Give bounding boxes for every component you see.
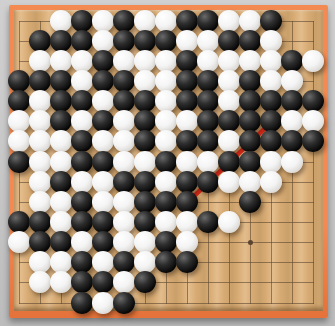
black-stone xyxy=(281,130,303,152)
black-stone xyxy=(218,30,240,52)
white-stone xyxy=(197,50,219,72)
black-stone xyxy=(155,231,177,253)
white-stone xyxy=(218,211,240,233)
white-stone xyxy=(113,110,135,132)
black-stone xyxy=(8,151,30,173)
black-stone xyxy=(29,211,51,233)
white-stone xyxy=(50,151,72,173)
white-stone xyxy=(29,271,51,293)
white-stone xyxy=(50,211,72,233)
white-stone xyxy=(71,110,93,132)
black-stone xyxy=(239,90,261,112)
white-stone xyxy=(92,30,114,52)
black-stone xyxy=(197,211,219,233)
white-stone xyxy=(113,130,135,152)
white-stone xyxy=(50,130,72,152)
black-stone xyxy=(92,231,114,253)
white-stone xyxy=(29,130,51,152)
black-stone xyxy=(71,191,93,213)
black-stone xyxy=(71,211,93,233)
black-stone xyxy=(239,191,261,213)
black-stone xyxy=(176,251,198,273)
black-stone xyxy=(176,171,198,193)
black-stone xyxy=(92,50,114,72)
white-stone xyxy=(176,231,198,253)
white-stone xyxy=(218,70,240,92)
black-stone xyxy=(71,251,93,273)
black-stone xyxy=(113,90,135,112)
white-stone xyxy=(50,251,72,273)
white-stone xyxy=(134,231,156,253)
black-stone xyxy=(176,70,198,92)
white-stone xyxy=(92,171,114,193)
white-stone xyxy=(176,30,198,52)
black-stone xyxy=(197,70,219,92)
white-stone xyxy=(92,191,114,213)
white-stone xyxy=(8,231,30,253)
black-stone xyxy=(50,110,72,132)
gomoku-board[interactable] xyxy=(14,10,323,311)
white-stone xyxy=(8,130,30,152)
white-stone xyxy=(71,70,93,92)
white-stone xyxy=(176,110,198,132)
grid-line-horizontal xyxy=(19,303,315,304)
white-stone xyxy=(71,171,93,193)
black-stone xyxy=(134,211,156,233)
white-stone xyxy=(71,50,93,72)
white-stone xyxy=(8,110,30,132)
white-stone xyxy=(155,50,177,72)
black-stone xyxy=(239,110,261,132)
black-stone xyxy=(134,271,156,293)
white-stone xyxy=(29,191,51,213)
white-stone xyxy=(155,211,177,233)
white-stone xyxy=(218,90,240,112)
white-stone xyxy=(50,10,72,32)
white-stone xyxy=(92,292,114,314)
white-stone xyxy=(239,50,261,72)
black-stone xyxy=(260,110,282,132)
white-stone xyxy=(113,271,135,293)
black-stone xyxy=(29,30,51,52)
white-stone xyxy=(50,191,72,213)
black-stone xyxy=(218,151,240,173)
black-stone xyxy=(92,70,114,92)
black-stone xyxy=(50,171,72,193)
white-stone xyxy=(134,50,156,72)
white-stone xyxy=(218,171,240,193)
screenshot-stage xyxy=(0,0,335,326)
white-stone xyxy=(260,171,282,193)
black-stone xyxy=(71,271,93,293)
black-stone xyxy=(92,211,114,233)
white-stone xyxy=(113,191,135,213)
white-stone xyxy=(239,10,261,32)
black-stone xyxy=(134,110,156,132)
black-stone xyxy=(260,10,282,32)
white-stone xyxy=(92,130,114,152)
black-stone xyxy=(71,90,93,112)
white-stone xyxy=(134,151,156,173)
black-stone xyxy=(239,151,261,173)
white-stone xyxy=(29,90,51,112)
white-stone xyxy=(134,251,156,273)
white-stone xyxy=(155,90,177,112)
white-stone xyxy=(302,50,324,72)
white-stone xyxy=(239,171,261,193)
white-stone xyxy=(113,50,135,72)
black-stone xyxy=(176,90,198,112)
black-stone xyxy=(134,171,156,193)
white-stone xyxy=(113,211,135,233)
black-stone xyxy=(113,30,135,52)
black-stone xyxy=(197,130,219,152)
black-stone xyxy=(197,110,219,132)
black-stone xyxy=(155,191,177,213)
black-stone xyxy=(134,191,156,213)
white-stone xyxy=(92,251,114,273)
white-stone xyxy=(302,110,324,132)
black-stone xyxy=(239,70,261,92)
white-stone xyxy=(134,70,156,92)
black-stone xyxy=(176,130,198,152)
black-stone xyxy=(239,130,261,152)
white-stone xyxy=(29,151,51,173)
black-stone xyxy=(176,50,198,72)
black-stone xyxy=(197,90,219,112)
black-stone xyxy=(155,151,177,173)
black-stone xyxy=(8,90,30,112)
black-stone xyxy=(71,130,93,152)
black-stone xyxy=(155,30,177,52)
black-stone xyxy=(29,70,51,92)
white-stone xyxy=(281,110,303,132)
white-stone xyxy=(176,211,198,233)
black-stone xyxy=(134,130,156,152)
white-stone xyxy=(155,10,177,32)
board-frame xyxy=(9,5,328,318)
white-stone xyxy=(113,151,135,173)
black-stone xyxy=(281,90,303,112)
white-stone xyxy=(155,171,177,193)
white-stone xyxy=(260,70,282,92)
black-stone xyxy=(302,130,324,152)
white-stone xyxy=(260,50,282,72)
white-stone xyxy=(50,271,72,293)
white-stone xyxy=(155,110,177,132)
black-stone xyxy=(302,90,324,112)
white-stone xyxy=(281,70,303,92)
white-stone xyxy=(218,50,240,72)
black-stone xyxy=(71,10,93,32)
white-stone xyxy=(197,151,219,173)
black-stone xyxy=(197,10,219,32)
white-stone xyxy=(92,90,114,112)
black-stone xyxy=(8,211,30,233)
black-stone xyxy=(113,70,135,92)
black-stone xyxy=(71,151,93,173)
black-stone xyxy=(239,30,261,52)
black-stone xyxy=(71,292,93,314)
black-stone xyxy=(176,10,198,32)
black-stone xyxy=(260,90,282,112)
black-stone xyxy=(71,30,93,52)
white-stone xyxy=(113,231,135,253)
white-stone xyxy=(155,70,177,92)
black-stone xyxy=(134,30,156,52)
white-stone xyxy=(134,10,156,32)
black-stone xyxy=(113,251,135,273)
white-stone xyxy=(281,151,303,173)
black-stone xyxy=(155,251,177,273)
black-stone xyxy=(92,271,114,293)
white-stone xyxy=(29,171,51,193)
white-stone xyxy=(260,30,282,52)
white-stone xyxy=(218,130,240,152)
black-stone xyxy=(281,50,303,72)
black-stone xyxy=(197,171,219,193)
black-stone xyxy=(50,90,72,112)
white-stone xyxy=(29,110,51,132)
white-stone xyxy=(155,130,177,152)
white-stone xyxy=(197,30,219,52)
star-point xyxy=(248,240,253,245)
black-stone xyxy=(29,231,51,253)
black-stone xyxy=(260,130,282,152)
white-stone xyxy=(260,151,282,173)
black-stone xyxy=(50,70,72,92)
black-stone xyxy=(50,231,72,253)
black-stone xyxy=(50,30,72,52)
black-stone xyxy=(92,151,114,173)
black-stone xyxy=(113,171,135,193)
white-stone xyxy=(92,10,114,32)
black-stone xyxy=(113,292,135,314)
black-stone xyxy=(134,90,156,112)
black-stone xyxy=(218,110,240,132)
black-stone xyxy=(176,191,198,213)
white-stone xyxy=(218,10,240,32)
black-stone xyxy=(113,10,135,32)
white-stone xyxy=(176,151,198,173)
black-stone xyxy=(8,70,30,92)
white-stone xyxy=(29,50,51,72)
white-stone xyxy=(50,50,72,72)
black-stone xyxy=(92,110,114,132)
white-stone xyxy=(71,231,93,253)
white-stone xyxy=(29,251,51,273)
